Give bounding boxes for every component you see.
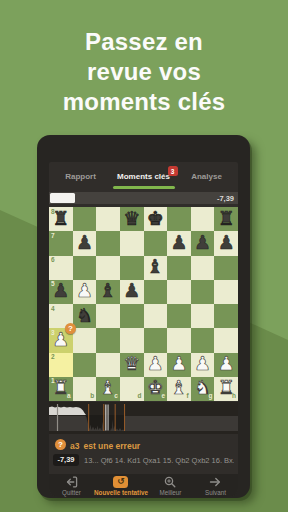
black-pawn-b7[interactable]: ♟ — [76, 233, 93, 252]
app-screen: Rapport Moments clés 3 Analyse -7,39 8♜♛… — [49, 162, 238, 497]
square-c5[interactable]: ♝ — [96, 280, 120, 304]
tab-rapport-label: Rapport — [65, 172, 96, 181]
white-bishop-f1[interactable]: ♝ — [170, 378, 187, 397]
graph-marker — [124, 404, 125, 431]
nav-meilleur-label: Meilleur — [159, 489, 181, 496]
white-rook-a1[interactable]: ♜ — [52, 378, 69, 397]
evaluation-value: -7,39 — [217, 194, 234, 203]
square-g6[interactable] — [191, 256, 215, 280]
square-d4[interactable] — [120, 304, 144, 328]
white-pawn-e2[interactable]: ♟ — [147, 354, 164, 373]
square-c2[interactable] — [96, 353, 120, 377]
square-e8[interactable]: ♚ — [144, 207, 168, 231]
square-c3[interactable] — [96, 328, 120, 352]
black-pawn-a5[interactable]: ♟ — [52, 281, 69, 300]
file-label-d: d — [138, 393, 142, 400]
bottom-nav-bar: Quitter ↺ Nouvelle tentative Meilleur Su… — [49, 474, 238, 497]
white-pawn-h2[interactable]: ♟ — [218, 354, 235, 373]
square-d1[interactable]: d — [120, 377, 144, 401]
square-h2[interactable]: ♟ — [214, 353, 238, 377]
black-pawn-d5[interactable]: ♟ — [123, 281, 140, 300]
white-eval-spike — [108, 405, 109, 431]
tab-moments-cles[interactable]: Moments clés 3 — [112, 162, 175, 190]
black-knight-b4[interactable]: ♞ — [76, 306, 93, 325]
square-a7[interactable]: 7 — [49, 231, 73, 255]
square-e1[interactable]: e♚ — [144, 377, 168, 401]
headline-line-1: Passez en — [0, 27, 288, 57]
rank-label-7: 7 — [51, 233, 55, 240]
square-g4[interactable] — [191, 304, 215, 328]
file-label-b: b — [90, 393, 94, 400]
nav-suivant-button[interactable]: Suivant — [193, 474, 238, 497]
square-c8[interactable] — [96, 207, 120, 231]
review-tabs: Rapport Moments clés 3 Analyse — [49, 162, 238, 190]
nav-quitter-label: Quitter — [62, 489, 81, 496]
square-e7[interactable] — [144, 231, 168, 255]
black-advantage-band — [49, 416, 238, 431]
nav-meilleur-button[interactable]: Meilleur — [148, 474, 193, 497]
white-queen-d2[interactable]: ♛ — [123, 354, 140, 373]
mistake-annotation-row: ? a3est une erreur — [49, 437, 238, 453]
graph-marker — [57, 404, 58, 431]
square-h8[interactable]: ♜ — [214, 207, 238, 231]
square-f3[interactable] — [167, 328, 191, 352]
square-h1[interactable]: h♜ — [214, 377, 238, 401]
tab-analyse-label: Analyse — [191, 172, 222, 181]
evaluation-bar-white-share — [50, 193, 75, 203]
rank-label-4: 4 — [51, 306, 55, 313]
white-rook-h1[interactable]: ♜ — [218, 378, 235, 397]
chess-board: 8♜♛♚♜7♟♟♟♟6♝5♟♟♝♟4♞3♟2♛♟♟♟♟1a♜bc♝de♚f♝g♞… — [49, 207, 238, 401]
rank-label-2: 2 — [51, 354, 55, 361]
tablet-mockup: Rapport Moments clés 3 Analyse -7,39 8♜♛… — [37, 135, 250, 498]
square-d2[interactable]: ♛ — [120, 353, 144, 377]
square-f6[interactable] — [167, 256, 191, 280]
best-move-magnifier-icon — [164, 476, 176, 488]
square-b7[interactable]: ♟ — [73, 231, 97, 255]
square-a5[interactable]: 5♟ — [49, 280, 73, 304]
square-d5[interactable]: ♟ — [120, 280, 144, 304]
nav-nouvelle-tentative-button[interactable]: ↺ Nouvelle tentative — [94, 474, 148, 497]
page: { "title": {"lines": ["Passez en", "revu… — [0, 0, 288, 512]
square-g8[interactable] — [191, 207, 215, 231]
active-tab-underline — [113, 186, 175, 189]
square-f2[interactable]: ♟ — [167, 353, 191, 377]
white-pawn-b5[interactable]: ♟ — [76, 281, 93, 300]
mistake-text: a3est une erreur — [70, 441, 140, 451]
black-rook-a8[interactable]: ♜ — [52, 209, 69, 228]
tab-analyse[interactable]: Analyse — [175, 162, 238, 190]
square-b3[interactable] — [73, 328, 97, 352]
square-g2[interactable]: ♟ — [191, 353, 215, 377]
square-g3[interactable] — [191, 328, 215, 352]
square-f4[interactable] — [167, 304, 191, 328]
square-e6[interactable]: ♝ — [144, 256, 168, 280]
square-b1[interactable]: b — [73, 377, 97, 401]
mistake-icon: ? — [55, 439, 66, 450]
square-b5[interactable]: ♟ — [73, 280, 97, 304]
square-a1[interactable]: 1a♜ — [49, 377, 73, 401]
square-h5[interactable] — [214, 280, 238, 304]
evaluation-graph-svg — [49, 402, 238, 434]
nav-nouvelle-tentative-label: Nouvelle tentative — [94, 489, 148, 496]
retry-icon: ↺ — [113, 476, 128, 488]
square-f8[interactable] — [167, 207, 191, 231]
square-e3[interactable] — [144, 328, 168, 352]
nav-quitter-button[interactable]: Quitter — [49, 474, 94, 497]
exit-icon — [65, 476, 78, 488]
square-d8[interactable]: ♛ — [120, 207, 144, 231]
square-h3[interactable] — [214, 328, 238, 352]
tab-rapport[interactable]: Rapport — [49, 162, 112, 190]
square-c1[interactable]: c♝ — [96, 377, 120, 401]
square-e5[interactable] — [144, 280, 168, 304]
square-a8[interactable]: 8♜ — [49, 207, 73, 231]
square-a6[interactable]: 6 — [49, 256, 73, 280]
graph-marker — [103, 404, 104, 431]
rank-label-6: 6 — [51, 257, 55, 264]
square-b4[interactable]: ♞ — [73, 304, 97, 328]
square-a2[interactable]: 2 — [49, 353, 73, 377]
black-pawn-f7[interactable]: ♟ — [170, 233, 187, 252]
evaluation-graph[interactable] — [49, 402, 238, 434]
line-eval-badge: -7,39 — [53, 454, 79, 466]
square-c7[interactable] — [96, 231, 120, 255]
white-bishop-c1[interactable]: ♝ — [100, 378, 117, 397]
white-eval-spike — [105, 405, 106, 431]
square-c6[interactable] — [96, 256, 120, 280]
black-bishop-e6[interactable]: ♝ — [147, 257, 164, 276]
white-pawn-g2[interactable]: ♟ — [194, 354, 211, 373]
square-h7[interactable]: ♟ — [214, 231, 238, 255]
black-bishop-c5[interactable]: ♝ — [100, 281, 117, 300]
promo-headline: Passez en revue vos moments clés — [0, 27, 288, 117]
mistake-label: est une erreur — [83, 441, 140, 451]
square-d7[interactable] — [120, 231, 144, 255]
next-arrow-icon — [209, 476, 221, 488]
evaluation-bar: -7,39 — [49, 192, 238, 204]
mistake-move: a3 — [70, 441, 79, 451]
mistake-question-badge: ? — [65, 323, 76, 334]
graph-marker — [115, 404, 116, 431]
square-h6[interactable] — [214, 256, 238, 280]
black-pawn-h7[interactable]: ♟ — [218, 233, 235, 252]
square-g7[interactable]: ♟ — [191, 231, 215, 255]
square-c4[interactable] — [96, 304, 120, 328]
best-line-moves[interactable]: 13... Qf6 14. Kd1 Qxa1 15. Qb2 Qxb2 16. … — [84, 456, 234, 465]
best-line-row: -7,39 13... Qf6 14. Kd1 Qxa1 15. Qb2 Qxb… — [49, 453, 238, 467]
white-knight-g1[interactable]: ♞ — [194, 378, 211, 397]
headline-line-3: moments clés — [0, 87, 288, 117]
square-f1[interactable]: f♝ — [167, 377, 191, 401]
white-pawn-f2[interactable]: ♟ — [170, 354, 187, 373]
black-pawn-g7[interactable]: ♟ — [194, 233, 211, 252]
graph-marker — [88, 404, 89, 431]
square-f7[interactable]: ♟ — [167, 231, 191, 255]
black-rook-h8[interactable]: ♜ — [218, 209, 235, 228]
black-king-e8[interactable]: ♚ — [147, 209, 164, 228]
square-b8[interactable] — [73, 207, 97, 231]
square-h4[interactable] — [214, 304, 238, 328]
square-e4[interactable] — [144, 304, 168, 328]
headline-line-2: revue vos — [0, 57, 288, 87]
nav-suivant-label: Suivant — [205, 489, 226, 496]
square-f5[interactable] — [167, 280, 191, 304]
square-b2[interactable] — [73, 353, 97, 377]
square-d3[interactable] — [120, 328, 144, 352]
square-g5[interactable] — [191, 280, 215, 304]
black-queen-d8[interactable]: ♛ — [123, 209, 140, 228]
square-g1[interactable]: g♞ — [191, 377, 215, 401]
square-d6[interactable] — [120, 256, 144, 280]
square-b6[interactable] — [73, 256, 97, 280]
square-e2[interactable]: ♟ — [144, 353, 168, 377]
white-king-e1[interactable]: ♚ — [147, 378, 164, 397]
tab-moments-cles-label: Moments clés — [117, 172, 170, 181]
